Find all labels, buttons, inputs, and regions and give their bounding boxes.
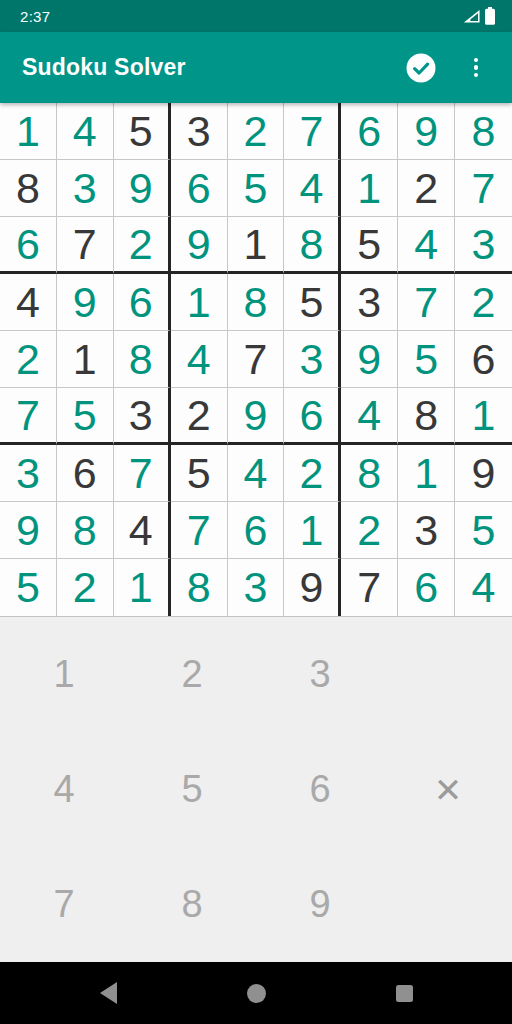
given-digit: 3 <box>187 110 211 153</box>
sudoku-cell-r8c4[interactable]: 7 <box>171 502 228 559</box>
given-digit: 7 <box>244 338 268 381</box>
sudoku-cell-r9c1[interactable]: 5 <box>0 559 57 616</box>
given-digit: 9 <box>299 566 323 609</box>
status-time: 2:37 <box>20 8 50 25</box>
phone-screen: 2:37 Sudoku Solver 145327698839654127672… <box>0 0 512 1024</box>
solved-digit: 5 <box>244 167 268 210</box>
solved-digit: 2 <box>73 566 97 609</box>
sudoku-cell-r6c8[interactable]: 8 <box>398 388 455 445</box>
sudoku-cell-r3c7[interactable]: 5 <box>341 217 398 274</box>
sudoku-cell-r5c6[interactable]: 3 <box>284 331 341 388</box>
sudoku-cell-r9c2[interactable]: 2 <box>57 559 114 616</box>
sudoku-cell-r2c2[interactable]: 3 <box>57 160 114 217</box>
solved-digit: 2 <box>472 281 496 324</box>
nav-home-button[interactable] <box>246 982 266 1004</box>
solved-digit: 6 <box>129 281 153 324</box>
sudoku-cell-r4c4[interactable]: 1 <box>171 274 228 331</box>
sudoku-cell-r1c6[interactable]: 7 <box>284 103 341 160</box>
given-digit: 3 <box>129 394 153 437</box>
sudoku-cell-r2c1[interactable]: 8 <box>0 160 57 217</box>
solved-digit: 9 <box>16 509 40 552</box>
sudoku-cell-r1c5[interactable]: 2 <box>228 103 285 160</box>
sudoku-cell-r4c1[interactable]: 4 <box>0 274 57 331</box>
check-circle-icon <box>406 53 436 83</box>
sudoku-cell-r8c3[interactable]: 4 <box>114 502 171 559</box>
app-title: Sudoku Solver <box>22 54 406 81</box>
sudoku-cell-r2c4[interactable]: 6 <box>171 160 228 217</box>
given-digit: 5 <box>357 223 381 266</box>
sudoku-cell-r9c3[interactable]: 1 <box>114 559 171 616</box>
keypad-7-button[interactable]: 7 <box>0 847 128 962</box>
sudoku-cell-r4c6[interactable]: 5 <box>284 274 341 331</box>
sudoku-cell-r7c9[interactable]: 9 <box>455 445 512 502</box>
solved-digit: 1 <box>357 167 381 210</box>
sudoku-cell-r7c2[interactable]: 6 <box>57 445 114 502</box>
keypad-8-button[interactable]: 8 <box>128 847 256 962</box>
sudoku-cell-r6c7[interactable]: 4 <box>341 388 398 445</box>
sudoku-cell-r1c2[interactable]: 4 <box>57 103 114 160</box>
sudoku-cell-r6c6[interactable]: 6 <box>284 388 341 445</box>
solved-digit: 1 <box>299 509 323 552</box>
sudoku-cell-r7c6[interactable]: 2 <box>284 445 341 502</box>
given-digit: 2 <box>414 167 438 210</box>
sudoku-cell-r2c7[interactable]: 1 <box>341 160 398 217</box>
sudoku-cell-r8c7[interactable]: 2 <box>341 502 398 559</box>
sudoku-cell-r7c7[interactable]: 8 <box>341 445 398 502</box>
keypad-2-button[interactable]: 2 <box>128 617 256 732</box>
sudoku-cell-r3c4[interactable]: 9 <box>171 217 228 274</box>
sudoku-grid: 1453276988396541276729185434961853722184… <box>0 103 512 617</box>
given-digit: 9 <box>472 452 496 495</box>
sudoku-cell-r4c8[interactable]: 7 <box>398 274 455 331</box>
solved-digit: 5 <box>472 509 496 552</box>
number-pad: 123456✕789 <box>0 617 512 962</box>
given-digit: 5 <box>187 452 211 495</box>
sudoku-cell-r5c5[interactable]: 7 <box>228 331 285 388</box>
solved-digit: 2 <box>129 223 153 266</box>
solved-digit: 2 <box>16 338 40 381</box>
given-digit: 6 <box>73 452 97 495</box>
sudoku-cell-r7c5[interactable]: 4 <box>228 445 285 502</box>
solved-digit: 4 <box>73 110 97 153</box>
solved-digit: 7 <box>472 167 496 210</box>
sudoku-cell-r1c8[interactable]: 9 <box>398 103 455 160</box>
sudoku-cell-r2c9[interactable]: 7 <box>455 160 512 217</box>
solved-digit: 8 <box>357 452 381 495</box>
signal-icon <box>463 9 480 23</box>
given-digit: 3 <box>357 281 381 324</box>
given-digit: 7 <box>357 566 381 609</box>
solved-digit: 7 <box>299 110 323 153</box>
sudoku-cell-r3c1[interactable]: 6 <box>0 217 57 274</box>
sudoku-cell-r7c4[interactable]: 5 <box>171 445 228 502</box>
sudoku-cell-r7c8[interactable]: 1 <box>398 445 455 502</box>
solved-digit: 2 <box>299 452 323 495</box>
solved-digit: 8 <box>299 223 323 266</box>
keypad-spacer <box>384 617 512 732</box>
solved-digit: 9 <box>414 110 438 153</box>
keypad-6-button[interactable]: 6 <box>256 732 384 847</box>
given-digit: 5 <box>129 110 153 153</box>
given-digit: 1 <box>73 338 97 381</box>
solved-digit: 5 <box>73 394 97 437</box>
solved-digit: 4 <box>187 338 211 381</box>
sudoku-cell-r5c9[interactable]: 6 <box>455 331 512 388</box>
given-digit: 4 <box>16 281 40 324</box>
solved-digit: 1 <box>187 281 211 324</box>
given-digit: 1 <box>244 223 268 266</box>
solved-digit: 5 <box>414 338 438 381</box>
solved-digit: 1 <box>129 566 153 609</box>
sudoku-cell-r1c9[interactable]: 8 <box>455 103 512 160</box>
sudoku-cell-r9c8[interactable]: 6 <box>398 559 455 616</box>
sudoku-cell-r3c9[interactable]: 3 <box>455 217 512 274</box>
solved-digit: 7 <box>187 509 211 552</box>
nav-back-button[interactable] <box>98 982 118 1004</box>
solved-digit: 8 <box>187 566 211 609</box>
sudoku-cell-r5c4[interactable]: 4 <box>171 331 228 388</box>
sudoku-cell-r7c3[interactable]: 7 <box>114 445 171 502</box>
sudoku-cell-r1c4[interactable]: 3 <box>171 103 228 160</box>
keypad-clear-button[interactable]: ✕ <box>384 732 512 847</box>
solve-check-button[interactable] <box>406 53 436 83</box>
home-icon <box>247 984 266 1003</box>
sudoku-cell-r3c8[interactable]: 4 <box>398 217 455 274</box>
navigation-bar <box>0 962 512 1024</box>
sudoku-cell-r2c3[interactable]: 9 <box>114 160 171 217</box>
given-digit: 7 <box>73 223 97 266</box>
solved-digit: 4 <box>414 223 438 266</box>
sudoku-cell-r9c5[interactable]: 3 <box>228 559 285 616</box>
solved-digit: 9 <box>244 394 268 437</box>
sudoku-cell-r9c6[interactable]: 9 <box>284 559 341 616</box>
sudoku-cell-r6c9[interactable]: 1 <box>455 388 512 445</box>
overflow-dot-icon <box>474 73 479 78</box>
solved-digit: 6 <box>414 566 438 609</box>
solved-digit: 4 <box>244 452 268 495</box>
keypad-9-button[interactable]: 9 <box>256 847 384 962</box>
sudoku-cell-r6c1[interactable]: 7 <box>0 388 57 445</box>
solved-digit: 9 <box>357 338 381 381</box>
solved-digit: 3 <box>16 452 40 495</box>
solved-digit: 8 <box>73 509 97 552</box>
solved-digit: 2 <box>244 110 268 153</box>
solved-digit: 1 <box>16 110 40 153</box>
solved-digit: 2 <box>357 509 381 552</box>
sudoku-cell-r3c6[interactable]: 8 <box>284 217 341 274</box>
solved-digit: 3 <box>472 223 496 266</box>
sudoku-cell-r8c5[interactable]: 6 <box>228 502 285 559</box>
sudoku-cell-r8c8[interactable]: 3 <box>398 502 455 559</box>
given-digit: 4 <box>129 509 153 552</box>
solved-digit: 7 <box>414 281 438 324</box>
back-icon <box>100 982 117 1004</box>
sudoku-cell-r8c2[interactable]: 8 <box>57 502 114 559</box>
given-digit: 6 <box>472 338 496 381</box>
keypad-5-button[interactable]: 5 <box>128 732 256 847</box>
sudoku-cell-r8c6[interactable]: 1 <box>284 502 341 559</box>
sudoku-cell-r4c2[interactable]: 9 <box>57 274 114 331</box>
sudoku-cell-r6c2[interactable]: 5 <box>57 388 114 445</box>
sudoku-cell-r4c3[interactable]: 6 <box>114 274 171 331</box>
sudoku-cell-r3c3[interactable]: 2 <box>114 217 171 274</box>
solved-digit: 6 <box>187 167 211 210</box>
keypad-1-button[interactable]: 1 <box>0 617 128 732</box>
overflow-menu-button[interactable] <box>467 51 485 85</box>
solved-digit: 8 <box>472 110 496 153</box>
solved-digit: 6 <box>16 223 40 266</box>
solved-digit: 9 <box>187 223 211 266</box>
solved-digit: 9 <box>129 167 153 210</box>
sudoku-cell-r1c7[interactable]: 6 <box>341 103 398 160</box>
sudoku-cell-r6c5[interactable]: 9 <box>228 388 285 445</box>
solved-digit: 8 <box>244 281 268 324</box>
sudoku-cell-r9c4[interactable]: 8 <box>171 559 228 616</box>
solved-digit: 5 <box>16 566 40 609</box>
keypad-spacer <box>384 847 512 962</box>
solved-digit: 4 <box>357 394 381 437</box>
sudoku-cell-r6c3[interactable]: 3 <box>114 388 171 445</box>
sudoku-cell-r1c3[interactable]: 5 <box>114 103 171 160</box>
sudoku-cell-r2c6[interactable]: 4 <box>284 160 341 217</box>
sudoku-cell-r1c1[interactable]: 1 <box>0 103 57 160</box>
sudoku-cell-r5c1[interactable]: 2 <box>0 331 57 388</box>
solved-digit: 7 <box>16 394 40 437</box>
solved-digit: 6 <box>299 394 323 437</box>
app-bar: Sudoku Solver <box>0 32 512 103</box>
recents-icon <box>396 985 413 1002</box>
sudoku-cell-r9c9[interactable]: 4 <box>455 559 512 616</box>
solved-digit: 1 <box>472 394 496 437</box>
solved-digit: 1 <box>414 452 438 495</box>
sudoku-cell-r6c4[interactable]: 2 <box>171 388 228 445</box>
sudoku-cell-r4c5[interactable]: 8 <box>228 274 285 331</box>
solved-digit: 3 <box>244 566 268 609</box>
sudoku-cell-r4c7[interactable]: 3 <box>341 274 398 331</box>
given-digit: 8 <box>16 167 40 210</box>
sudoku-cell-r4c9[interactable]: 2 <box>455 274 512 331</box>
overflow-dot-icon <box>474 58 479 63</box>
keypad-3-button[interactable]: 3 <box>256 617 384 732</box>
sudoku-cell-r5c8[interactable]: 5 <box>398 331 455 388</box>
solved-digit: 6 <box>357 110 381 153</box>
sudoku-cell-r5c3[interactable]: 8 <box>114 331 171 388</box>
sudoku-cell-r2c8[interactable]: 2 <box>398 160 455 217</box>
solved-digit: 3 <box>299 338 323 381</box>
solved-digit: 6 <box>244 509 268 552</box>
nav-recents-button[interactable] <box>394 982 414 1004</box>
sudoku-cell-r3c2[interactable]: 7 <box>57 217 114 274</box>
solved-digit: 8 <box>129 338 153 381</box>
solved-digit: 3 <box>73 167 97 210</box>
sudoku-cell-r7c1[interactable]: 3 <box>0 445 57 502</box>
solved-digit: 4 <box>299 167 323 210</box>
sudoku-cell-r9c7[interactable]: 7 <box>341 559 398 616</box>
given-digit: 8 <box>414 394 438 437</box>
status-bar: 2:37 <box>0 0 512 32</box>
given-digit: 3 <box>414 509 438 552</box>
overflow-dot-icon <box>474 65 479 70</box>
sudoku-cell-r3c5[interactable]: 1 <box>228 217 285 274</box>
sudoku-cell-r5c2[interactable]: 1 <box>57 331 114 388</box>
sudoku-cell-r2c5[interactable]: 5 <box>228 160 285 217</box>
keypad-4-button[interactable]: 4 <box>0 732 128 847</box>
sudoku-cell-r8c9[interactable]: 5 <box>455 502 512 559</box>
sudoku-cell-r5c7[interactable]: 9 <box>341 331 398 388</box>
sudoku-cell-r8c1[interactable]: 9 <box>0 502 57 559</box>
solved-digit: 7 <box>129 452 153 495</box>
given-digit: 2 <box>187 394 211 437</box>
status-icons <box>463 7 495 25</box>
solved-digit: 4 <box>472 566 496 609</box>
battery-icon <box>485 7 495 25</box>
given-digit: 5 <box>299 281 323 324</box>
solved-digit: 9 <box>73 281 97 324</box>
